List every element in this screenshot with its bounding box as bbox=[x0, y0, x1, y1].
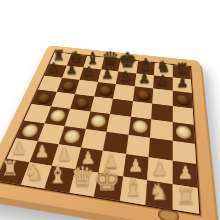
square-e4[interactable] bbox=[107, 114, 131, 134]
square-f4[interactable] bbox=[128, 117, 151, 138]
light-checker[interactable] bbox=[176, 125, 191, 140]
square-f5[interactable] bbox=[130, 101, 152, 120]
dark-checker[interactable] bbox=[97, 84, 112, 95]
light-checker[interactable] bbox=[90, 114, 107, 128]
product-photo-stage: ♜♞♝♛♚♝♞♜♟♟♟♟♟♟♟♟♟♟♟♟♟♟♟♟♜♞♝♛♚♝♞♜ bbox=[0, 0, 220, 220]
dark-checker[interactable] bbox=[136, 89, 150, 100]
square-e6[interactable] bbox=[113, 84, 134, 101]
square-b5[interactable] bbox=[51, 91, 75, 108]
square-g6[interactable] bbox=[152, 88, 172, 105]
square-h5[interactable] bbox=[172, 106, 193, 125]
light-pawn[interactable]: ♟ bbox=[163, 164, 207, 182]
board-grid: ♜♞♝♛♚♝♞♜♟♟♟♟♟♟♟♟♟♟♟♟♟♟♟♟♜♞♝♛♚♝♞♜ bbox=[0, 52, 201, 216]
light-checker[interactable] bbox=[49, 109, 67, 122]
dark-checker[interactable] bbox=[175, 93, 189, 105]
dark-checker[interactable] bbox=[60, 80, 76, 91]
light-rook[interactable]: ♜ bbox=[162, 186, 209, 208]
light-checker[interactable] bbox=[21, 123, 40, 137]
square-b6[interactable] bbox=[56, 78, 79, 94]
light-checker[interactable] bbox=[132, 120, 148, 134]
perspective-scene: ♜♞♝♛♚♝♞♜♟♟♟♟♟♟♟♟♟♟♟♟♟♟♟♟♜♞♝♛♚♝♞♜ bbox=[0, 0, 220, 220]
square-f6[interactable] bbox=[132, 86, 153, 103]
board-frame: ♜♞♝♛♚♝♞♜♟♟♟♟♟♟♟♟♟♟♟♟♟♟♟♟♜♞♝♛♚♝♞♜ bbox=[0, 45, 217, 220]
game-board: ♜♞♝♛♚♝♞♜♟♟♟♟♟♟♟♟♟♟♟♟♟♟♟♟♜♞♝♛♚♝♞♜ bbox=[0, 45, 217, 220]
dark-checker[interactable] bbox=[36, 92, 53, 104]
dark-checker[interactable] bbox=[74, 96, 90, 108]
square-e5[interactable] bbox=[110, 98, 132, 116]
light-checker[interactable] bbox=[63, 129, 81, 144]
square-h1[interactable]: ♜ bbox=[172, 183, 199, 213]
dark-pawn[interactable]: ♟ bbox=[165, 76, 199, 90]
